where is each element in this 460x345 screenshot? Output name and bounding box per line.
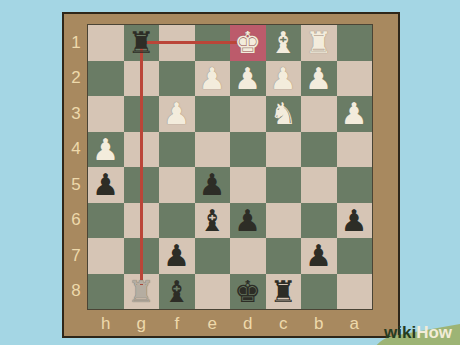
square-b6 (301, 203, 337, 239)
square-e8 (195, 274, 231, 310)
square-c2: ♟ (266, 61, 302, 97)
piece-bK-d8: ♚ (234, 274, 261, 310)
square-g1: ♜ (124, 25, 160, 61)
file-labels: hgfedcba (88, 311, 372, 336)
piece-bR-c8: ♜ (270, 274, 297, 310)
piece-wN-c3: ♞ (270, 96, 297, 132)
chess-board-grid: ♜♚♝♜♟♟♟♟♟♞♟♟♟♟♝♟♟♟♟♜♝♚♜ (88, 25, 372, 309)
square-a7 (337, 238, 373, 274)
square-f2 (159, 61, 195, 97)
square-f6 (159, 203, 195, 239)
square-c4 (266, 132, 302, 168)
piece-wR-b1: ♜ (305, 25, 332, 61)
square-a6: ♟ (337, 203, 373, 239)
square-h5: ♟ (88, 167, 124, 203)
square-f8: ♝ (159, 274, 195, 310)
rank-label-5: 5 (64, 167, 88, 203)
square-a5 (337, 167, 373, 203)
screenshot-canvas: 12345678 ♜♚♝♜♟♟♟♟♟♞♟♟♟♟♝♟♟♟♟♜♝♚♜ hgfedcb… (0, 0, 460, 345)
square-c5 (266, 167, 302, 203)
piece-wP-d2: ♟ (234, 61, 261, 97)
square-d6: ♟ (230, 203, 266, 239)
piece-wK-d1: ♚ (234, 25, 261, 61)
piece-wB-c1: ♝ (270, 25, 297, 61)
piece-bP-e5: ♟ (199, 167, 226, 203)
wikihow-logo-text: wikiHow (384, 323, 452, 343)
square-h8 (88, 274, 124, 310)
square-c3: ♞ (266, 96, 302, 132)
file-label-b: b (301, 311, 337, 336)
piece-bP-a6: ♟ (341, 203, 368, 239)
square-e2: ♟ (195, 61, 231, 97)
chess-board-frame: 12345678 ♜♚♝♜♟♟♟♟♟♞♟♟♟♟♝♟♟♟♟♜♝♚♜ hgfedcb… (62, 12, 400, 338)
square-d7 (230, 238, 266, 274)
square-a8 (337, 274, 373, 310)
square-h3 (88, 96, 124, 132)
square-b8 (301, 274, 337, 310)
attack-line-g1-d1 (141, 41, 248, 44)
square-d3 (230, 96, 266, 132)
square-d4 (230, 132, 266, 168)
piece-wP-e2: ♟ (199, 61, 226, 97)
file-label-d: d (230, 311, 266, 336)
piece-wRg-g8: ♜ (128, 274, 155, 310)
file-label-g: g (124, 311, 160, 336)
rank-label-6: 6 (64, 203, 88, 239)
piece-wP-a3: ♟ (341, 96, 368, 132)
piece-bP-h5: ♟ (92, 167, 119, 203)
square-b4 (301, 132, 337, 168)
square-d2: ♟ (230, 61, 266, 97)
square-c1: ♝ (266, 25, 302, 61)
rank-label-4: 4 (64, 132, 88, 168)
square-a4 (337, 132, 373, 168)
piece-bB-f8: ♝ (163, 274, 190, 310)
square-b7: ♟ (301, 238, 337, 274)
square-f3: ♟ (159, 96, 195, 132)
rank-label-7: 7 (64, 238, 88, 274)
square-f5 (159, 167, 195, 203)
square-c7 (266, 238, 302, 274)
square-a1 (337, 25, 373, 61)
square-e3 (195, 96, 231, 132)
piece-wP-b2: ♟ (305, 61, 332, 97)
square-d1: ♚ (230, 25, 266, 61)
square-h7 (88, 238, 124, 274)
square-a2 (337, 61, 373, 97)
piece-bP-f7: ♟ (163, 238, 190, 274)
square-h6 (88, 203, 124, 239)
square-b3 (301, 96, 337, 132)
square-b2: ♟ (301, 61, 337, 97)
file-label-a: a (337, 311, 373, 336)
file-label-c: c (266, 311, 302, 336)
square-e4 (195, 132, 231, 168)
square-c6 (266, 203, 302, 239)
rank-label-8: 8 (64, 274, 88, 310)
square-c8: ♜ (266, 274, 302, 310)
piece-wP-c2: ♟ (270, 61, 297, 97)
rank-label-2: 2 (64, 61, 88, 97)
square-f4 (159, 132, 195, 168)
rank-labels: 12345678 (64, 25, 88, 309)
rank-label-1: 1 (64, 25, 88, 61)
square-e5: ♟ (195, 167, 231, 203)
attack-line-g1-g8 (140, 43, 143, 292)
square-f7: ♟ (159, 238, 195, 274)
piece-bR-g1: ♜ (128, 25, 155, 61)
square-b1: ♜ (301, 25, 337, 61)
piece-bP-d6: ♟ (234, 203, 261, 239)
square-a3: ♟ (337, 96, 373, 132)
file-label-e: e (195, 311, 231, 336)
piece-wP-f3: ♟ (163, 96, 190, 132)
square-h1 (88, 25, 124, 61)
wikihow-logo-wiki: wiki (384, 323, 416, 342)
piece-wP-h4: ♟ (92, 132, 119, 168)
wikihow-logo-how: How (416, 323, 452, 342)
square-e6: ♝ (195, 203, 231, 239)
file-label-h: h (88, 311, 124, 336)
square-h2 (88, 61, 124, 97)
square-b5 (301, 167, 337, 203)
square-d8: ♚ (230, 274, 266, 310)
square-g8: ♜ (124, 274, 160, 310)
file-label-f: f (159, 311, 195, 336)
square-d5 (230, 167, 266, 203)
piece-bP-b7: ♟ (305, 238, 332, 274)
square-h4: ♟ (88, 132, 124, 168)
piece-bB-e6: ♝ (199, 203, 226, 239)
rank-label-3: 3 (64, 96, 88, 132)
square-e7 (195, 238, 231, 274)
